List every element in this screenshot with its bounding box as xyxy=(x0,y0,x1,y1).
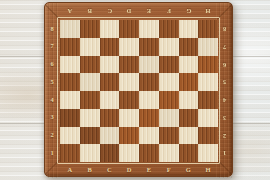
square-g5[interactable] xyxy=(179,73,199,91)
square-b4[interactable] xyxy=(80,91,100,109)
square-e2[interactable] xyxy=(139,127,159,145)
file-labels-bottom: ABCDEFGH xyxy=(60,163,218,177)
chess-board: ABCDEFGH ABCDEFGH 87654321 87654321 xyxy=(44,2,233,177)
square-f3[interactable] xyxy=(159,109,179,127)
square-g1[interactable] xyxy=(179,144,199,162)
square-e6[interactable] xyxy=(139,56,159,74)
square-c7[interactable] xyxy=(100,38,120,56)
square-a4[interactable] xyxy=(60,91,80,109)
square-b6[interactable] xyxy=(80,56,100,74)
square-h7[interactable] xyxy=(198,38,218,56)
square-g3[interactable] xyxy=(179,109,199,127)
square-b8[interactable] xyxy=(80,20,100,38)
square-c1[interactable] xyxy=(100,144,120,162)
square-g8[interactable] xyxy=(179,20,199,38)
file-label: H xyxy=(198,163,218,177)
square-f8[interactable] xyxy=(159,20,179,38)
square-a6[interactable] xyxy=(60,56,80,74)
file-label: F xyxy=(159,163,179,177)
square-h3[interactable] xyxy=(198,109,218,127)
square-d1[interactable] xyxy=(119,144,139,162)
file-label: B xyxy=(80,163,100,177)
square-d5[interactable] xyxy=(119,73,139,91)
file-label: E xyxy=(139,163,159,177)
file-label: D xyxy=(119,163,139,177)
square-d8[interactable] xyxy=(119,20,139,38)
square-g6[interactable] xyxy=(179,56,199,74)
square-h6[interactable] xyxy=(198,56,218,74)
square-h8[interactable] xyxy=(198,20,218,38)
square-f7[interactable] xyxy=(159,38,179,56)
square-f6[interactable] xyxy=(159,56,179,74)
square-a1[interactable] xyxy=(60,144,80,162)
square-e5[interactable] xyxy=(139,73,159,91)
square-h2[interactable] xyxy=(198,127,218,145)
square-a7[interactable] xyxy=(60,38,80,56)
file-label: C xyxy=(100,163,120,177)
square-c2[interactable] xyxy=(100,127,120,145)
square-e7[interactable] xyxy=(139,38,159,56)
photo-scene: ABCDEFGH ABCDEFGH 87654321 87654321 xyxy=(0,0,270,180)
square-f1[interactable] xyxy=(159,144,179,162)
square-a8[interactable] xyxy=(60,20,80,38)
square-b7[interactable] xyxy=(80,38,100,56)
square-c4[interactable] xyxy=(100,91,120,109)
square-h4[interactable] xyxy=(198,91,218,109)
square-c8[interactable] xyxy=(100,20,120,38)
square-e4[interactable] xyxy=(139,91,159,109)
square-d3[interactable] xyxy=(119,109,139,127)
square-a3[interactable] xyxy=(60,109,80,127)
square-c3[interactable] xyxy=(100,109,120,127)
square-e1[interactable] xyxy=(139,144,159,162)
file-label: G xyxy=(179,163,199,177)
square-c5[interactable] xyxy=(100,73,120,91)
square-h5[interactable] xyxy=(198,73,218,91)
square-d7[interactable] xyxy=(119,38,139,56)
file-label: A xyxy=(60,163,80,177)
square-g2[interactable] xyxy=(179,127,199,145)
square-e8[interactable] xyxy=(139,20,159,38)
square-b2[interactable] xyxy=(80,127,100,145)
board-squares-grid xyxy=(60,20,218,162)
square-f4[interactable] xyxy=(159,91,179,109)
square-d4[interactable] xyxy=(119,91,139,109)
square-f2[interactable] xyxy=(159,127,179,145)
square-b3[interactable] xyxy=(80,109,100,127)
square-d6[interactable] xyxy=(119,56,139,74)
square-b5[interactable] xyxy=(80,73,100,91)
square-a2[interactable] xyxy=(60,127,80,145)
square-f5[interactable] xyxy=(159,73,179,91)
square-g4[interactable] xyxy=(179,91,199,109)
square-d2[interactable] xyxy=(119,127,139,145)
square-a5[interactable] xyxy=(60,73,80,91)
square-c6[interactable] xyxy=(100,56,120,74)
square-g7[interactable] xyxy=(179,38,199,56)
square-h1[interactable] xyxy=(198,144,218,162)
square-e3[interactable] xyxy=(139,109,159,127)
square-b1[interactable] xyxy=(80,144,100,162)
